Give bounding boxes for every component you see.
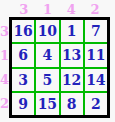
grid-cell[interactable]: 5 xyxy=(36,69,58,91)
puzzle-board: 16 10 1 7 6 4 13 11 3 5 12 14 9 15 8 2 xyxy=(9,17,110,118)
grid-cell[interactable]: 3 xyxy=(12,69,34,91)
row-label: 1 xyxy=(0,44,9,68)
grid-cell[interactable]: 1 xyxy=(61,20,83,42)
column-label: 1 xyxy=(36,0,60,17)
grid-cell[interactable]: 13 xyxy=(61,44,83,66)
row-label: 3 xyxy=(0,20,9,44)
column-labels-row: 3 1 4 2 xyxy=(12,0,107,17)
grid-cell[interactable]: 2 xyxy=(85,93,107,115)
grid-cell[interactable]: 8 xyxy=(61,93,83,115)
grid-cell[interactable]: 11 xyxy=(85,44,107,66)
row-labels-column: 3 1 4 2 xyxy=(0,20,9,115)
grid-cell[interactable]: 14 xyxy=(85,69,107,91)
puzzle-page: 3 1 4 2 3 1 4 2 16 10 1 7 6 4 13 11 3 5 … xyxy=(0,0,115,122)
column-label: 2 xyxy=(83,0,107,17)
column-label: 4 xyxy=(60,0,84,17)
grid-cell[interactable]: 15 xyxy=(36,93,58,115)
grid-cell[interactable]: 10 xyxy=(36,20,58,42)
grid-cell[interactable]: 12 xyxy=(61,69,83,91)
grid-cell[interactable]: 7 xyxy=(85,20,107,42)
grid-cell[interactable]: 6 xyxy=(12,44,34,66)
column-label: 3 xyxy=(12,0,36,17)
row-label: 2 xyxy=(0,91,9,115)
row-label: 4 xyxy=(0,68,9,92)
grid-cell[interactable]: 16 xyxy=(12,20,34,42)
grid-cell[interactable]: 4 xyxy=(36,44,58,66)
grid-cell[interactable]: 9 xyxy=(12,93,34,115)
